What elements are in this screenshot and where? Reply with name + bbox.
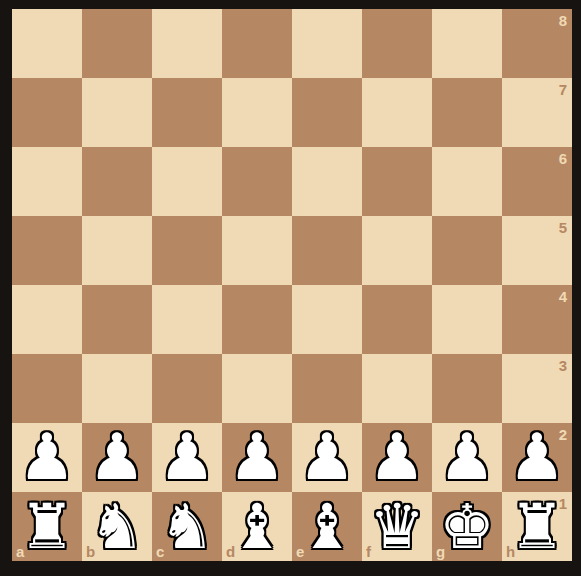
chess-board: 876543♟♟♟♟♟♟♟2♟a♜b♞c♞d♝e♝f♛g♚1h♜ [12,9,572,561]
square-g8[interactable] [432,9,502,78]
square-d7[interactable] [222,78,292,147]
white-pawn-d2[interactable]: ♟ [228,423,285,492]
square-e7[interactable] [292,78,362,147]
square-h3[interactable]: 3 [502,354,572,423]
square-g1[interactable]: g♚ [432,492,502,561]
square-h7[interactable]: 7 [502,78,572,147]
rank-label-7: 7 [559,82,567,97]
square-h8[interactable]: 8 [502,9,572,78]
white-pawn-e2[interactable]: ♟ [298,423,355,492]
square-f7[interactable] [362,78,432,147]
square-d8[interactable] [222,9,292,78]
square-e8[interactable] [292,9,362,78]
square-c1[interactable]: c♞ [152,492,222,561]
white-pawn-b2[interactable]: ♟ [88,423,145,492]
square-g2[interactable]: ♟ [432,423,502,492]
square-a7[interactable] [12,78,82,147]
square-b8[interactable] [82,9,152,78]
page-background: 876543♟♟♟♟♟♟♟2♟a♜b♞c♞d♝e♝f♛g♚1h♜ [0,0,581,576]
white-pawn-h2[interactable]: ♟ [508,423,565,492]
square-c8[interactable] [152,9,222,78]
square-g3[interactable] [432,354,502,423]
square-b4[interactable] [82,285,152,354]
rank-label-8: 8 [559,13,567,28]
white-rook-h1[interactable]: ♜ [509,492,565,561]
square-a2[interactable]: ♟ [12,423,82,492]
square-h5[interactable]: 5 [502,216,572,285]
square-d6[interactable] [222,147,292,216]
white-knight-c1[interactable]: ♞ [159,492,215,561]
square-h6[interactable]: 6 [502,147,572,216]
square-c2[interactable]: ♟ [152,423,222,492]
square-f5[interactable] [362,216,432,285]
square-f6[interactable] [362,147,432,216]
square-e3[interactable] [292,354,362,423]
square-g4[interactable] [432,285,502,354]
white-pawn-f2[interactable]: ♟ [368,423,425,492]
white-pawn-a2[interactable]: ♟ [18,423,75,492]
square-f3[interactable] [362,354,432,423]
white-knight-b1[interactable]: ♞ [89,492,145,561]
white-pawn-c2[interactable]: ♟ [158,423,215,492]
white-king-g1[interactable]: ♚ [439,492,495,561]
square-f1[interactable]: f♛ [362,492,432,561]
square-e2[interactable]: ♟ [292,423,362,492]
square-c5[interactable] [152,216,222,285]
white-bishop-d1[interactable]: ♝ [229,492,285,561]
square-a5[interactable] [12,216,82,285]
square-b6[interactable] [82,147,152,216]
square-e1[interactable]: e♝ [292,492,362,561]
square-e4[interactable] [292,285,362,354]
square-a1[interactable]: a♜ [12,492,82,561]
square-f2[interactable]: ♟ [362,423,432,492]
square-h4[interactable]: 4 [502,285,572,354]
square-a3[interactable] [12,354,82,423]
square-b2[interactable]: ♟ [82,423,152,492]
rank-label-6: 6 [559,151,567,166]
square-h2[interactable]: 2♟ [502,423,572,492]
square-f4[interactable] [362,285,432,354]
square-d3[interactable] [222,354,292,423]
rank-label-4: 4 [559,289,567,304]
square-d4[interactable] [222,285,292,354]
square-g5[interactable] [432,216,502,285]
square-d2[interactable]: ♟ [222,423,292,492]
square-d1[interactable]: d♝ [222,492,292,561]
square-b7[interactable] [82,78,152,147]
white-bishop-e1[interactable]: ♝ [299,492,355,561]
white-rook-a1[interactable]: ♜ [19,492,75,561]
square-c6[interactable] [152,147,222,216]
white-queen-f1[interactable]: ♛ [369,492,425,561]
square-a8[interactable] [12,9,82,78]
square-e5[interactable] [292,216,362,285]
square-d5[interactable] [222,216,292,285]
square-h1[interactable]: 1h♜ [502,492,572,561]
square-c3[interactable] [152,354,222,423]
rank-label-3: 3 [559,358,567,373]
square-f8[interactable] [362,9,432,78]
rank-label-5: 5 [559,220,567,235]
square-a6[interactable] [12,147,82,216]
white-pawn-g2[interactable]: ♟ [438,423,495,492]
square-e6[interactable] [292,147,362,216]
square-g7[interactable] [432,78,502,147]
square-c7[interactable] [152,78,222,147]
square-b3[interactable] [82,354,152,423]
square-a4[interactable] [12,285,82,354]
square-g6[interactable] [432,147,502,216]
square-b5[interactable] [82,216,152,285]
square-b1[interactable]: b♞ [82,492,152,561]
square-c4[interactable] [152,285,222,354]
